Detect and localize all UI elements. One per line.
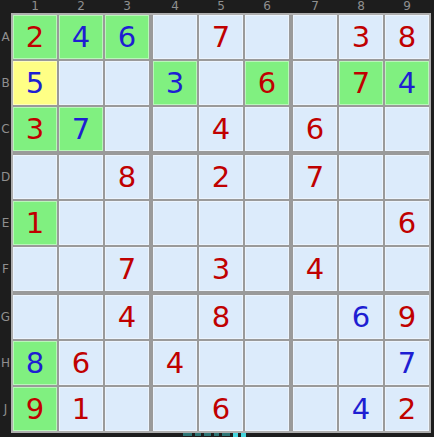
cell-A1[interactable]: 2 (13, 15, 57, 59)
column-label-1: 1 (13, 0, 57, 13)
cell-E3[interactable] (105, 201, 149, 245)
cell-J2[interactable]: 1 (59, 387, 103, 431)
cell-G7[interactable] (293, 295, 337, 339)
cell-C9[interactable] (385, 107, 429, 151)
row-label-G: G (1, 295, 10, 339)
cell-G1[interactable] (13, 295, 57, 339)
cell-E2[interactable] (59, 201, 103, 245)
cell-J3[interactable] (105, 387, 149, 431)
cell-A8[interactable]: 3 (339, 15, 383, 59)
cell-B5[interactable] (199, 61, 243, 105)
cell-C5[interactable]: 4 (199, 107, 243, 151)
column-label-5: 5 (199, 0, 243, 13)
row-label-F: F (2, 247, 9, 291)
cell-A3[interactable]: 6 (105, 15, 149, 59)
cell-G4[interactable] (153, 295, 197, 339)
cell-C3[interactable] (105, 107, 149, 151)
cell-D4[interactable] (153, 155, 197, 199)
cell-H2[interactable]: 6 (59, 341, 103, 385)
cell-B6[interactable]: 6 (245, 61, 289, 105)
cell-F9[interactable] (385, 247, 429, 291)
cell-F8[interactable] (339, 247, 383, 291)
cell-J5[interactable]: 6 (199, 387, 243, 431)
cell-B9[interactable]: 4 (385, 61, 429, 105)
column-labels: 123456789 (13, 0, 429, 13)
cell-D6[interactable] (245, 155, 289, 199)
cell-C1[interactable]: 3 (13, 107, 57, 151)
cell-H4[interactable]: 4 (153, 341, 197, 385)
cell-J9[interactable]: 2 (385, 387, 429, 431)
row-labels: ABCDEFGHJ (0, 15, 11, 431)
cell-D1[interactable] (13, 155, 57, 199)
cell-A6[interactable] (245, 15, 289, 59)
cell-F6[interactable] (245, 247, 289, 291)
column-label-7: 7 (293, 0, 337, 13)
cell-E1[interactable]: 1 (13, 201, 57, 245)
cell-H7[interactable] (293, 341, 337, 385)
clipped-text-fragment (241, 433, 246, 437)
cell-B4[interactable]: 3 (153, 61, 197, 105)
cell-C4[interactable] (153, 107, 197, 151)
cell-F2[interactable] (59, 247, 103, 291)
cell-G2[interactable] (59, 295, 103, 339)
cell-C7[interactable]: 6 (293, 107, 337, 151)
clipped-text-fragment (183, 433, 192, 436)
cell-D2[interactable] (59, 155, 103, 199)
cell-A7[interactable] (293, 15, 337, 59)
row-label-B: B (1, 61, 9, 105)
cell-G6[interactable] (245, 295, 289, 339)
cell-E6[interactable] (245, 201, 289, 245)
column-label-3: 3 (105, 0, 149, 13)
cell-C2[interactable]: 7 (59, 107, 103, 151)
cell-E5[interactable] (199, 201, 243, 245)
column-label-9: 9 (385, 0, 429, 13)
cell-H6[interactable] (245, 341, 289, 385)
cell-D3[interactable]: 8 (105, 155, 149, 199)
row-label-J: J (4, 387, 8, 431)
cell-G5[interactable]: 8 (199, 295, 243, 339)
sudoku-board: 246738536743746827167344869864791642 (11, 13, 431, 433)
cell-H9[interactable]: 7 (385, 341, 429, 385)
row-label-C: C (1, 107, 9, 151)
cell-F7[interactable]: 4 (293, 247, 337, 291)
cell-A9[interactable]: 8 (385, 15, 429, 59)
cell-J1[interactable]: 9 (13, 387, 57, 431)
sudoku-app: 123456789 ABCDEFGHJ 24673853674374682716… (0, 0, 434, 437)
cell-B3[interactable] (105, 61, 149, 105)
clipped-text-fragment (222, 433, 230, 436)
cell-G3[interactable]: 4 (105, 295, 149, 339)
cell-A5[interactable]: 7 (199, 15, 243, 59)
cell-H1[interactable]: 8 (13, 341, 57, 385)
cell-G9[interactable]: 9 (385, 295, 429, 339)
cell-D5[interactable]: 2 (199, 155, 243, 199)
cell-D8[interactable] (339, 155, 383, 199)
cell-A2[interactable]: 4 (59, 15, 103, 59)
cell-J7[interactable] (293, 387, 337, 431)
cell-C6[interactable] (245, 107, 289, 151)
cell-B7[interactable] (293, 61, 337, 105)
column-label-6: 6 (245, 0, 289, 13)
cell-E8[interactable] (339, 201, 383, 245)
cell-E4[interactable] (153, 201, 197, 245)
cell-J8[interactable]: 4 (339, 387, 383, 431)
cell-H5[interactable] (199, 341, 243, 385)
cell-H8[interactable] (339, 341, 383, 385)
cell-A4[interactable] (153, 15, 197, 59)
cell-J4[interactable] (153, 387, 197, 431)
row-label-E: E (2, 201, 10, 245)
clipped-text-fragment (195, 433, 201, 436)
cell-B8[interactable]: 7 (339, 61, 383, 105)
column-label-8: 8 (339, 0, 383, 13)
clipped-text-fragment (214, 433, 219, 436)
column-label-4: 4 (153, 0, 197, 13)
cell-F5[interactable]: 3 (199, 247, 243, 291)
cell-B1[interactable]: 5 (13, 61, 57, 105)
row-label-D: D (1, 155, 10, 199)
cell-J6[interactable] (245, 387, 289, 431)
cell-E7[interactable] (293, 201, 337, 245)
cell-G8[interactable]: 6 (339, 295, 383, 339)
cell-C8[interactable] (339, 107, 383, 151)
cell-E9[interactable]: 6 (385, 201, 429, 245)
cell-F4[interactable] (153, 247, 197, 291)
cell-D9[interactable] (385, 155, 429, 199)
row-label-A: A (1, 15, 9, 59)
clipped-text-fragment (233, 433, 238, 437)
row-label-H: H (1, 341, 10, 385)
cell-B2[interactable] (59, 61, 103, 105)
cell-H3[interactable] (105, 341, 149, 385)
cell-F3[interactable]: 7 (105, 247, 149, 291)
footer-link-clipped[interactable] (183, 433, 303, 437)
column-label-2: 2 (59, 0, 103, 13)
cell-D7[interactable]: 7 (293, 155, 337, 199)
clipped-text-fragment (204, 433, 211, 436)
cell-F1[interactable] (13, 247, 57, 291)
